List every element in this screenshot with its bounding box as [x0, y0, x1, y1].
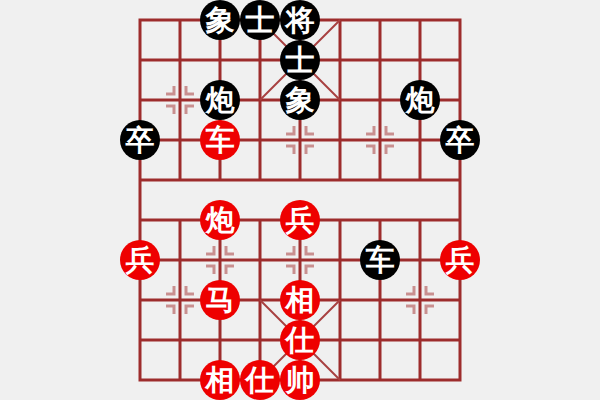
black-advisor-piece[interactable]: 士	[280, 40, 320, 80]
black-chariot-piece[interactable]: 车	[360, 240, 400, 280]
black-general-piece[interactable]: 将	[280, 0, 320, 40]
black-cannon-piece[interactable]: 炮	[200, 80, 240, 120]
red-pawn-piece[interactable]: 兵	[440, 240, 480, 280]
red-cannon-piece[interactable]: 炮	[200, 200, 240, 240]
black-pawn-piece[interactable]: 卒	[120, 120, 160, 160]
black-elephant-piece[interactable]: 象	[280, 80, 320, 120]
red-horse-piece[interactable]: 马	[200, 280, 240, 320]
red-advisor-piece[interactable]: 仕	[240, 360, 280, 400]
black-elephant-piece[interactable]: 象	[200, 0, 240, 40]
red-pawn-piece[interactable]: 兵	[120, 240, 160, 280]
red-elephant-piece[interactable]: 相	[200, 360, 240, 400]
black-cannon-piece[interactable]: 炮	[400, 80, 440, 120]
red-general-piece[interactable]: 帅	[280, 360, 320, 400]
red-chariot-piece[interactable]: 车	[200, 120, 240, 160]
xiangqi-board: 象士将士炮象炮卒卒车车炮兵兵兵马相仕相仕帅	[0, 0, 600, 400]
black-pawn-piece[interactable]: 卒	[440, 120, 480, 160]
black-advisor-piece[interactable]: 士	[240, 0, 280, 40]
red-advisor-piece[interactable]: 仕	[280, 320, 320, 360]
red-elephant-piece[interactable]: 相	[280, 280, 320, 320]
xiangqi-diagram: 象士将士炮象炮卒卒车车炮兵兵兵马相仕相仕帅	[0, 0, 600, 400]
red-pawn-piece[interactable]: 兵	[280, 200, 320, 240]
